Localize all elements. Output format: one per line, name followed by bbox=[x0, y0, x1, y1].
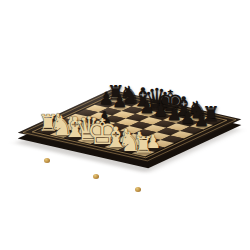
chess-set-product-photo: ♜♞♝♛♚♝♞♜♟♟♟♟♟♟♟♟♟♟♟♟♟♟♟♟♜♞♝♛♚♝♞♜ bbox=[0, 0, 250, 250]
brass-hinge-icon bbox=[135, 187, 141, 192]
brass-clasp-icon bbox=[44, 158, 50, 163]
board-frame bbox=[18, 90, 242, 163]
brass-hinge-icon bbox=[93, 174, 99, 179]
